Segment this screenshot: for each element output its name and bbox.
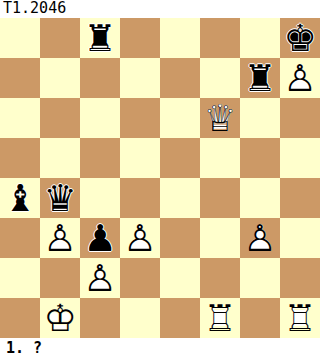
white-king: ♔	[40, 298, 80, 338]
square-c3[interactable]: ♟	[80, 218, 120, 258]
square-b2[interactable]	[40, 258, 80, 298]
square-g6[interactable]	[240, 98, 280, 138]
square-d8[interactable]	[120, 18, 160, 58]
square-b4[interactable]: ♛	[40, 178, 80, 218]
square-a6[interactable]	[0, 98, 40, 138]
white-pawn: ♙	[80, 258, 120, 298]
square-g7[interactable]: ♜	[240, 58, 280, 98]
white-queen: ♕	[200, 98, 240, 138]
move-prompt: 1. ?	[0, 338, 320, 360]
square-g3[interactable]: ♟♙	[240, 218, 280, 258]
square-c6[interactable]	[80, 98, 120, 138]
square-f6[interactable]: ♛♕	[200, 98, 240, 138]
square-b3[interactable]: ♟♙	[40, 218, 80, 258]
square-g8[interactable]	[240, 18, 280, 58]
black-queen: ♛	[40, 178, 80, 218]
square-a7[interactable]	[0, 58, 40, 98]
white-pawn: ♙	[280, 58, 320, 98]
square-e6[interactable]	[160, 98, 200, 138]
white-pawn: ♙	[240, 218, 280, 258]
square-d2[interactable]	[120, 258, 160, 298]
square-h3[interactable]	[280, 218, 320, 258]
white-pawn: ♙	[120, 218, 160, 258]
black-bishop: ♝	[0, 178, 40, 218]
square-c1[interactable]	[80, 298, 120, 338]
square-a1[interactable]	[0, 298, 40, 338]
square-f4[interactable]	[200, 178, 240, 218]
square-h4[interactable]	[280, 178, 320, 218]
square-b1[interactable]: ♚♔	[40, 298, 80, 338]
square-c4[interactable]	[80, 178, 120, 218]
square-e7[interactable]	[160, 58, 200, 98]
square-b7[interactable]	[40, 58, 80, 98]
square-h8[interactable]: ♚	[280, 18, 320, 58]
square-d6[interactable]	[120, 98, 160, 138]
square-a5[interactable]	[0, 138, 40, 178]
white-pawn: ♙	[40, 218, 80, 258]
square-d5[interactable]	[120, 138, 160, 178]
black-pawn: ♟	[80, 218, 120, 258]
square-a2[interactable]	[0, 258, 40, 298]
chess-board: ♜♚♜♟♙♛♕♝♛♟♙♟♟♙♟♙♟♙♚♔♜♖♜♖	[0, 18, 320, 338]
square-f5[interactable]	[200, 138, 240, 178]
square-c7[interactable]	[80, 58, 120, 98]
square-b8[interactable]	[40, 18, 80, 58]
square-d3[interactable]: ♟♙	[120, 218, 160, 258]
square-e8[interactable]	[160, 18, 200, 58]
square-h7[interactable]: ♟♙	[280, 58, 320, 98]
square-f8[interactable]	[200, 18, 240, 58]
black-rook: ♜	[240, 58, 280, 98]
square-d7[interactable]	[120, 58, 160, 98]
square-g5[interactable]	[240, 138, 280, 178]
square-e5[interactable]	[160, 138, 200, 178]
square-f1[interactable]: ♜♖	[200, 298, 240, 338]
square-f2[interactable]	[200, 258, 240, 298]
square-e3[interactable]	[160, 218, 200, 258]
square-h1[interactable]: ♜♖	[280, 298, 320, 338]
square-f7[interactable]	[200, 58, 240, 98]
square-e2[interactable]	[160, 258, 200, 298]
square-d1[interactable]	[120, 298, 160, 338]
black-king: ♚	[280, 18, 320, 58]
square-g1[interactable]	[240, 298, 280, 338]
square-f3[interactable]	[200, 218, 240, 258]
white-rook: ♖	[200, 298, 240, 338]
square-a3[interactable]	[0, 218, 40, 258]
white-rook: ♖	[280, 298, 320, 338]
square-a4[interactable]: ♝	[0, 178, 40, 218]
square-h6[interactable]	[280, 98, 320, 138]
square-e1[interactable]	[160, 298, 200, 338]
square-e4[interactable]	[160, 178, 200, 218]
square-c5[interactable]	[80, 138, 120, 178]
square-c2[interactable]: ♟♙	[80, 258, 120, 298]
square-g4[interactable]	[240, 178, 280, 218]
black-rook: ♜	[80, 18, 120, 58]
square-b6[interactable]	[40, 98, 80, 138]
square-a8[interactable]	[0, 18, 40, 58]
square-g2[interactable]	[240, 258, 280, 298]
puzzle-title: T1.2046	[0, 0, 320, 18]
square-b5[interactable]	[40, 138, 80, 178]
square-h5[interactable]	[280, 138, 320, 178]
square-h2[interactable]	[280, 258, 320, 298]
square-d4[interactable]	[120, 178, 160, 218]
square-c8[interactable]: ♜	[80, 18, 120, 58]
